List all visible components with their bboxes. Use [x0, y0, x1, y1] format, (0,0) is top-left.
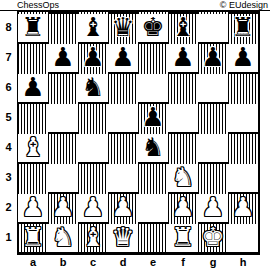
- piece-white-bishop[interactable]: ♝: [78, 222, 108, 252]
- piece-white-pawn[interactable]: ♟: [48, 192, 78, 222]
- square-f2[interactable]: ♟: [168, 192, 198, 222]
- piece-black-pawn[interactable]: ♟: [198, 42, 228, 72]
- square-e8[interactable]: ♚: [138, 12, 168, 42]
- square-h1[interactable]: [228, 222, 258, 252]
- piece-black-pawn[interactable]: ♟: [48, 42, 78, 72]
- square-c3[interactable]: [78, 162, 108, 192]
- square-f3[interactable]: ♞: [168, 162, 198, 192]
- square-g5[interactable]: [198, 102, 228, 132]
- square-b7[interactable]: ♟: [48, 42, 78, 72]
- rank-label-3: 3: [0, 162, 17, 192]
- rank-labels: 87654321: [0, 11, 17, 255]
- square-e6[interactable]: [138, 72, 168, 102]
- piece-white-pawn[interactable]: ♟: [108, 192, 138, 222]
- square-g2[interactable]: ♟: [198, 192, 228, 222]
- square-g6[interactable]: [198, 72, 228, 102]
- square-h8[interactable]: ♜: [228, 12, 258, 42]
- square-g4[interactable]: [198, 132, 228, 162]
- square-e3[interactable]: [138, 162, 168, 192]
- piece-black-pawn[interactable]: ♟: [18, 72, 48, 102]
- square-b4[interactable]: [48, 132, 78, 162]
- chess-board: ♜♝♛♚♝♜♟♟♟♟♟♟♟♞♟♝♞♞♟♟♟♟♟♟♟♜♞♝♛♜♚: [17, 11, 260, 255]
- rank-label-2: 2: [0, 192, 17, 222]
- file-label-e: e: [138, 255, 168, 270]
- rank-label-8: 8: [0, 12, 17, 42]
- square-a8[interactable]: ♜: [18, 12, 48, 42]
- square-b2[interactable]: ♟: [48, 192, 78, 222]
- square-c4[interactable]: [78, 132, 108, 162]
- piece-white-pawn[interactable]: ♟: [228, 192, 258, 222]
- piece-white-queen[interactable]: ♛: [108, 222, 138, 252]
- square-b5[interactable]: [48, 102, 78, 132]
- piece-black-knight[interactable]: ♞: [138, 132, 168, 162]
- square-d7[interactable]: ♟: [108, 42, 138, 72]
- file-label-c: c: [78, 255, 108, 270]
- square-d4[interactable]: [108, 132, 138, 162]
- square-c7[interactable]: ♟: [78, 42, 108, 72]
- file-label-b: b: [48, 255, 78, 270]
- square-g7[interactable]: ♟: [198, 42, 228, 72]
- square-g1[interactable]: ♚: [198, 222, 228, 252]
- rank-label-4: 4: [0, 132, 17, 162]
- square-g3[interactable]: [198, 162, 228, 192]
- piece-black-rook[interactable]: ♜: [18, 12, 48, 42]
- piece-white-king[interactable]: ♚: [198, 222, 228, 252]
- piece-black-pawn[interactable]: ♟: [78, 42, 108, 72]
- square-d8[interactable]: ♛: [108, 12, 138, 42]
- square-e5[interactable]: ♟: [138, 102, 168, 132]
- piece-black-bishop[interactable]: ♝: [78, 12, 108, 42]
- square-b6[interactable]: [48, 72, 78, 102]
- file-label-d: d: [108, 255, 138, 270]
- piece-black-bishop[interactable]: ♝: [168, 12, 198, 42]
- square-e2[interactable]: [138, 192, 168, 222]
- header-bar: ChessOps © EUdesign: [0, 0, 270, 11]
- square-c1[interactable]: ♝: [78, 222, 108, 252]
- square-b3[interactable]: [48, 162, 78, 192]
- square-a3[interactable]: [18, 162, 48, 192]
- square-a5[interactable]: [18, 102, 48, 132]
- rank-label-1: 1: [0, 222, 17, 252]
- square-d6[interactable]: [108, 72, 138, 102]
- square-e1[interactable]: [138, 222, 168, 252]
- rank-label-6: 6: [0, 72, 17, 102]
- piece-white-pawn[interactable]: ♟: [198, 192, 228, 222]
- piece-black-king[interactable]: ♚: [138, 12, 168, 42]
- rank-label-5: 5: [0, 102, 17, 132]
- piece-black-pawn[interactable]: ♟: [108, 42, 138, 72]
- diagram-frame: ChessOps © EUdesign 87654321 ♜♝♛♚♝♜♟♟♟♟♟…: [0, 0, 270, 270]
- square-e7[interactable]: [138, 42, 168, 72]
- square-c6[interactable]: ♞: [78, 72, 108, 102]
- square-f7[interactable]: ♟: [168, 42, 198, 72]
- square-f8[interactable]: ♝: [168, 12, 198, 42]
- credit-text: © EUdesign: [220, 0, 268, 10]
- square-d2[interactable]: ♟: [108, 192, 138, 222]
- piece-black-pawn[interactable]: ♟: [138, 102, 168, 132]
- square-a1[interactable]: ♜: [18, 222, 48, 252]
- square-a6[interactable]: ♟: [18, 72, 48, 102]
- square-h4[interactable]: [228, 132, 258, 162]
- piece-white-pawn[interactable]: ♟: [168, 192, 198, 222]
- file-label-h: h: [228, 255, 258, 270]
- square-f1[interactable]: ♜: [168, 222, 198, 252]
- square-b1[interactable]: ♞: [48, 222, 78, 252]
- piece-black-queen[interactable]: ♛: [108, 12, 138, 42]
- square-h2[interactable]: ♟: [228, 192, 258, 222]
- square-c5[interactable]: [78, 102, 108, 132]
- piece-black-rook[interactable]: ♜: [228, 12, 258, 42]
- square-e4[interactable]: ♞: [138, 132, 168, 162]
- piece-black-pawn[interactable]: ♟: [228, 42, 258, 72]
- square-d5[interactable]: [108, 102, 138, 132]
- square-f6[interactable]: [168, 72, 198, 102]
- piece-white-knight[interactable]: ♞: [168, 162, 198, 192]
- square-b8[interactable]: [48, 12, 78, 42]
- board-area: 87654321 ♜♝♛♚♝♜♟♟♟♟♟♟♟♞♟♝♞♞♟♟♟♟♟♟♟♜♞♝♛♜♚: [0, 11, 270, 255]
- piece-white-pawn[interactable]: ♟: [78, 192, 108, 222]
- app-title: ChessOps: [17, 0, 59, 10]
- square-h7[interactable]: ♟: [228, 42, 258, 72]
- file-labels: abcdefgh: [18, 255, 261, 270]
- file-label-f: f: [168, 255, 198, 270]
- piece-white-bishop[interactable]: ♝: [18, 132, 48, 162]
- piece-white-rook[interactable]: ♜: [18, 222, 48, 252]
- square-a7[interactable]: [18, 42, 48, 72]
- piece-black-knight[interactable]: ♞: [78, 72, 108, 102]
- piece-black-pawn[interactable]: ♟: [168, 42, 198, 72]
- square-a2[interactable]: ♟: [18, 192, 48, 222]
- square-c2[interactable]: ♟: [78, 192, 108, 222]
- piece-white-rook[interactable]: ♜: [168, 222, 198, 252]
- square-c8[interactable]: ♝: [78, 12, 108, 42]
- square-d1[interactable]: ♛: [108, 222, 138, 252]
- square-f5[interactable]: [168, 102, 198, 132]
- file-label-g: g: [198, 255, 228, 270]
- square-f4[interactable]: [168, 132, 198, 162]
- square-d3[interactable]: [108, 162, 138, 192]
- square-a4[interactable]: ♝: [18, 132, 48, 162]
- square-h3[interactable]: [228, 162, 258, 192]
- rank-label-7: 7: [0, 42, 17, 72]
- piece-white-knight[interactable]: ♞: [48, 222, 78, 252]
- square-h6[interactable]: [228, 72, 258, 102]
- square-g8[interactable]: [198, 12, 228, 42]
- piece-white-pawn[interactable]: ♟: [18, 192, 48, 222]
- square-h5[interactable]: [228, 102, 258, 132]
- file-label-a: a: [18, 255, 48, 270]
